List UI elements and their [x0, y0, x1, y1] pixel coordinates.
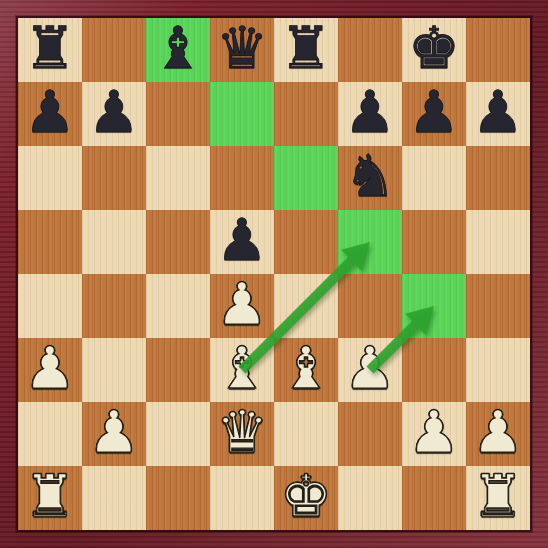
square-f3[interactable]: ♟ — [338, 338, 402, 402]
white-bishop-d3[interactable]: ♝ — [216, 336, 268, 400]
white-rook-h1[interactable]: ♜ — [472, 464, 524, 528]
square-c3[interactable] — [146, 338, 210, 402]
square-e5[interactable] — [274, 210, 338, 274]
square-a1[interactable]: ♜ — [18, 466, 82, 530]
square-e2[interactable] — [274, 402, 338, 466]
square-d1[interactable] — [210, 466, 274, 530]
square-f2[interactable] — [338, 402, 402, 466]
white-king-e1[interactable]: ♚ — [280, 464, 332, 528]
square-g8[interactable]: ♚ — [402, 18, 466, 82]
square-g6[interactable] — [402, 146, 466, 210]
black-rook-a8[interactable]: ♜ — [24, 16, 76, 80]
square-a7[interactable]: ♟ — [18, 82, 82, 146]
square-b8[interactable] — [82, 18, 146, 82]
black-pawn-f7[interactable]: ♟ — [344, 80, 396, 144]
square-c7[interactable] — [146, 82, 210, 146]
square-h7[interactable]: ♟ — [466, 82, 530, 146]
square-d5[interactable]: ♟ — [210, 210, 274, 274]
square-a8[interactable]: ♜ — [18, 18, 82, 82]
square-b5[interactable] — [82, 210, 146, 274]
square-f1[interactable] — [338, 466, 402, 530]
square-b7[interactable]: ♟ — [82, 82, 146, 146]
white-pawn-h2[interactable]: ♟ — [472, 400, 524, 464]
black-pawn-g7[interactable]: ♟ — [408, 80, 460, 144]
highlighted-square-c8[interactable]: ♝ — [146, 18, 210, 82]
square-e3[interactable]: ♝ — [274, 338, 338, 402]
square-b6[interactable] — [82, 146, 146, 210]
square-a4[interactable] — [18, 274, 82, 338]
black-pawn-d5[interactable]: ♟ — [216, 208, 268, 272]
square-f4[interactable] — [338, 274, 402, 338]
square-a2[interactable] — [18, 402, 82, 466]
black-pawn-h7[interactable]: ♟ — [472, 80, 524, 144]
white-queen-d2[interactable]: ♛ — [216, 400, 268, 464]
black-rook-e8[interactable]: ♜ — [280, 16, 332, 80]
square-c4[interactable] — [146, 274, 210, 338]
square-a6[interactable] — [18, 146, 82, 210]
square-d3[interactable]: ♝ — [210, 338, 274, 402]
square-a3[interactable]: ♟ — [18, 338, 82, 402]
square-e7[interactable] — [274, 82, 338, 146]
highlighted-square-e6[interactable] — [274, 146, 338, 210]
black-bishop-c8[interactable]: ♝ — [152, 16, 204, 80]
square-g7[interactable]: ♟ — [402, 82, 466, 146]
square-c2[interactable] — [146, 402, 210, 466]
square-e4[interactable] — [274, 274, 338, 338]
square-b3[interactable] — [82, 338, 146, 402]
square-d4[interactable]: ♟ — [210, 274, 274, 338]
square-h3[interactable] — [466, 338, 530, 402]
black-pawn-b7[interactable]: ♟ — [88, 80, 140, 144]
white-pawn-a3[interactable]: ♟ — [24, 336, 76, 400]
black-queen-d8[interactable]: ♛ — [216, 16, 268, 80]
black-pawn-a7[interactable]: ♟ — [24, 80, 76, 144]
square-h6[interactable] — [466, 146, 530, 210]
black-king-g8[interactable]: ♚ — [408, 16, 460, 80]
square-g3[interactable] — [402, 338, 466, 402]
square-b4[interactable] — [82, 274, 146, 338]
square-g1[interactable] — [402, 466, 466, 530]
square-g5[interactable] — [402, 210, 466, 274]
white-pawn-f3[interactable]: ♟ — [344, 336, 396, 400]
square-b2[interactable]: ♟ — [82, 402, 146, 466]
square-d6[interactable] — [210, 146, 274, 210]
square-e1[interactable]: ♚ — [274, 466, 338, 530]
square-d8[interactable]: ♛ — [210, 18, 274, 82]
square-h1[interactable]: ♜ — [466, 466, 530, 530]
square-a5[interactable] — [18, 210, 82, 274]
board-frame: ♜♝♛♜♚♟♟♟♟♟♞♟♟♟♝♝♟♟♛♟♟♜♚♜ — [0, 0, 548, 548]
chess-board: ♜♝♛♜♚♟♟♟♟♟♞♟♟♟♝♝♟♟♛♟♟♜♚♜ — [18, 18, 530, 530]
black-knight-f6[interactable]: ♞ — [344, 144, 396, 208]
square-g2[interactable]: ♟ — [402, 402, 466, 466]
highlighted-square-f5[interactable] — [338, 210, 402, 274]
square-b1[interactable] — [82, 466, 146, 530]
square-h4[interactable] — [466, 274, 530, 338]
white-rook-a1[interactable]: ♜ — [24, 464, 76, 528]
white-bishop-e3[interactable]: ♝ — [280, 336, 332, 400]
white-pawn-b2[interactable]: ♟ — [88, 400, 140, 464]
square-f8[interactable] — [338, 18, 402, 82]
square-c6[interactable] — [146, 146, 210, 210]
square-d2[interactable]: ♛ — [210, 402, 274, 466]
white-pawn-d4[interactable]: ♟ — [216, 272, 268, 336]
square-f6[interactable]: ♞ — [338, 146, 402, 210]
square-h8[interactable] — [466, 18, 530, 82]
square-c1[interactable] — [146, 466, 210, 530]
square-c5[interactable] — [146, 210, 210, 274]
square-f7[interactable]: ♟ — [338, 82, 402, 146]
square-h5[interactable] — [466, 210, 530, 274]
square-h2[interactable]: ♟ — [466, 402, 530, 466]
square-e8[interactable]: ♜ — [274, 18, 338, 82]
highlighted-square-g4[interactable] — [402, 274, 466, 338]
white-pawn-g2[interactable]: ♟ — [408, 400, 460, 464]
highlighted-square-d7[interactable] — [210, 82, 274, 146]
